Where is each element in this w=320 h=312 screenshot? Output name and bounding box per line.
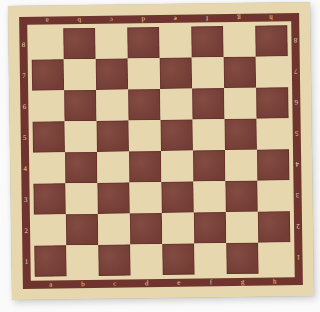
square-a4 [33, 152, 65, 183]
square-e6 [160, 89, 192, 120]
file-label-bottom-f: f [195, 278, 227, 286]
square-f5 [193, 119, 225, 150]
square-h5 [257, 118, 289, 149]
square-d1 [130, 244, 162, 275]
square-h6 [256, 87, 288, 118]
rank-label-right-6: 6 [292, 87, 300, 118]
chessboard-photo: abcdefgh abcdefgh 87654321 87654321 [0, 0, 320, 312]
file-label-bottom-a: a [35, 280, 67, 288]
file-label-bottom-h: h [259, 277, 291, 285]
board-sheet: abcdefgh abcdefgh 87654321 87654321 [8, 2, 314, 300]
square-d2 [130, 213, 162, 244]
square-a8 [31, 28, 63, 59]
square-c1 [98, 244, 130, 275]
file-label-bottom-d: d [131, 279, 163, 287]
rank-label-right-2: 2 [294, 211, 302, 242]
file-label-bottom-e: e [163, 279, 195, 287]
square-e7 [160, 58, 192, 89]
square-g8 [223, 26, 255, 57]
square-a3 [33, 183, 65, 214]
square-f3 [193, 181, 225, 212]
square-h2 [258, 211, 290, 242]
square-h4 [257, 149, 289, 180]
square-b1 [66, 245, 98, 276]
square-f4 [193, 150, 225, 181]
square-c5 [97, 120, 129, 151]
square-b6 [64, 90, 96, 121]
square-d8 [127, 27, 159, 58]
square-g1 [226, 243, 258, 274]
square-f2 [194, 212, 226, 243]
square-h7 [256, 56, 288, 87]
rank-label-right-1: 1 [294, 242, 302, 273]
square-c7 [96, 58, 128, 89]
square-h3 [257, 180, 289, 211]
square-f6 [192, 88, 224, 119]
square-e3 [161, 182, 193, 213]
square-a6 [32, 90, 64, 121]
square-g5 [225, 119, 257, 150]
square-a1 [34, 245, 66, 276]
square-h8 [255, 25, 287, 56]
file-label-bottom-b: b [67, 280, 99, 288]
square-e4 [161, 151, 193, 182]
square-g4 [225, 150, 257, 181]
square-d5 [129, 120, 161, 151]
square-g2 [226, 212, 258, 243]
square-e1 [162, 244, 194, 275]
square-g6 [224, 88, 256, 119]
rank-label-right-5: 5 [293, 118, 301, 149]
square-c2 [98, 213, 130, 244]
rank-label-right-3: 3 [293, 180, 301, 211]
square-c8 [95, 27, 127, 58]
square-b5 [65, 121, 97, 152]
square-e8 [159, 27, 191, 58]
rank-label-right-7: 7 [292, 56, 300, 87]
rank-label-right-8: 8 [291, 25, 299, 56]
square-c6 [96, 89, 128, 120]
square-a2 [34, 214, 66, 245]
square-f1 [194, 243, 226, 274]
square-c4 [97, 151, 129, 182]
file-label-bottom-c: c [99, 279, 131, 287]
board-frame-strip: abcdefgh abcdefgh 87654321 87654321 [19, 13, 303, 289]
square-a7 [32, 59, 64, 90]
square-b8 [63, 28, 95, 59]
square-d6 [128, 89, 160, 120]
square-f8 [191, 26, 223, 57]
square-d4 [129, 151, 161, 182]
square-f7 [192, 57, 224, 88]
square-e2 [162, 213, 194, 244]
file-label-bottom-g: g [227, 278, 259, 286]
rank-label-right-4: 4 [293, 149, 301, 180]
square-d3 [129, 182, 161, 213]
square-g3 [225, 181, 257, 212]
square-b7 [64, 59, 96, 90]
square-b2 [66, 214, 98, 245]
square-c3 [97, 182, 129, 213]
square-d7 [128, 58, 160, 89]
square-g7 [224, 57, 256, 88]
square-b4 [65, 152, 97, 183]
board-grid [31, 25, 290, 277]
square-e5 [161, 120, 193, 151]
square-a5 [33, 121, 65, 152]
square-b3 [65, 183, 97, 214]
playing-field [27, 21, 295, 281]
square-h1 [258, 242, 290, 273]
